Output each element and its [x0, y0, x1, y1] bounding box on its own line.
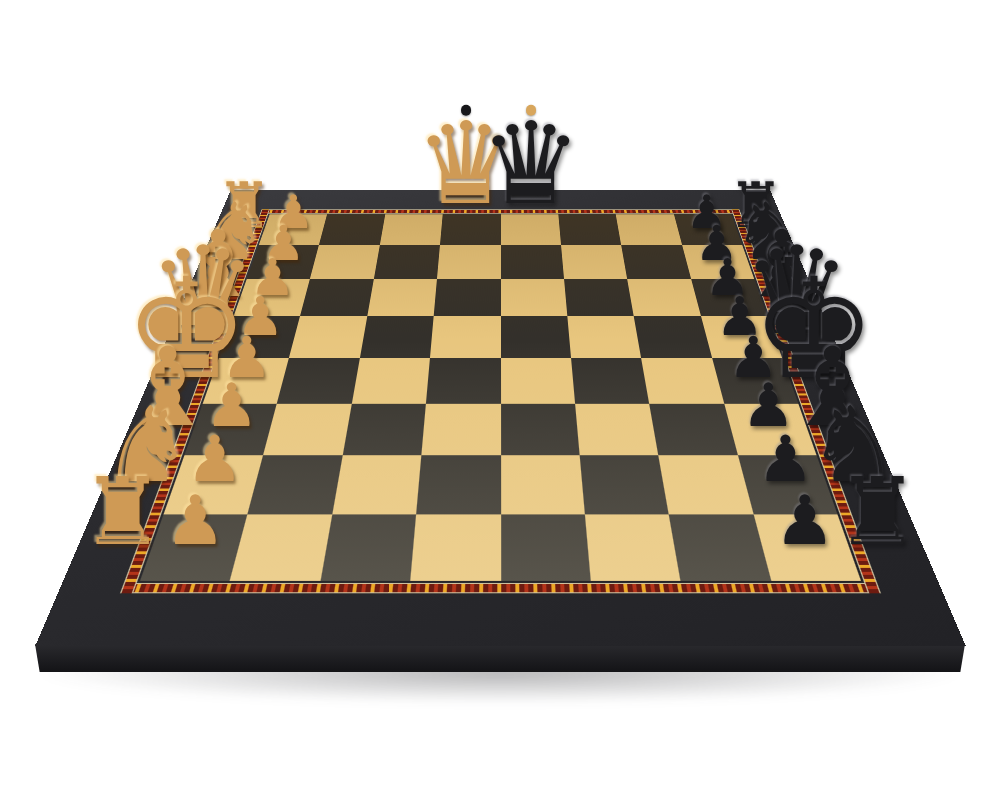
black-queen-extra-finial [526, 105, 536, 115]
square-r2-c1 [246, 245, 318, 279]
square-r6-c2 [263, 403, 351, 455]
square-r2-c7 [621, 245, 690, 279]
square-r3-c7 [627, 278, 700, 315]
white-queen-extra-finial [461, 105, 471, 115]
square-r4-c6 [567, 316, 641, 357]
square-r3-c4 [433, 278, 500, 315]
square-r5-c7 [641, 357, 724, 403]
square-r5-c2 [277, 357, 360, 403]
square-r6-c6 [574, 403, 658, 455]
square-r7-c2 [247, 455, 342, 514]
square-r4-c1 [219, 316, 300, 357]
square-r5-c8 [711, 357, 798, 403]
square-r3-c8 [690, 278, 767, 315]
square-r3-c6 [563, 278, 633, 315]
square-r1-c5 [500, 214, 560, 245]
square-r7-c3 [332, 455, 421, 514]
square-r4-c2 [289, 316, 367, 357]
square-r3-c5 [500, 278, 567, 315]
square-r4-c7 [633, 316, 711, 357]
square-r1-c1 [258, 214, 327, 245]
square-r1-c8 [673, 214, 742, 245]
square-r8-c2 [230, 514, 332, 581]
square-r5-c5 [500, 357, 574, 403]
square-r8-c3 [320, 514, 416, 581]
square-r3-c2 [300, 278, 373, 315]
square-r3-c3 [367, 278, 437, 315]
square-r1-c2 [319, 214, 385, 245]
square-r7-c7 [658, 455, 753, 514]
square-r6-c7 [649, 403, 737, 455]
mosaic-border-top [260, 209, 741, 213]
square-r6-c5 [500, 403, 579, 455]
square-r5-c3 [351, 357, 430, 403]
square-r4-c4 [430, 316, 500, 357]
square-r7-c5 [500, 455, 584, 514]
chess-board [35, 190, 965, 646]
square-r3-c1 [233, 278, 310, 315]
square-r8-c5 [500, 514, 590, 581]
square-r2-c6 [560, 245, 626, 279]
square-r6-c4 [421, 403, 500, 455]
chess-set-photo: ♛♛♜♞♝♛♚♝♞♜♟♟♟♟♟♟♟♟♜♞♝♛♚♝♞♜♟♟♟♟♟♟♟♟ [0, 0, 1000, 800]
square-r1-c7 [615, 214, 681, 245]
square-r4-c5 [500, 316, 570, 357]
square-r8-c4 [410, 514, 500, 581]
square-r5-c6 [570, 357, 649, 403]
square-r4-c3 [359, 316, 433, 357]
square-r8-c6 [584, 514, 680, 581]
square-r2-c3 [373, 245, 439, 279]
square-r7-c6 [579, 455, 668, 514]
mosaic-border-bottom [120, 582, 881, 592]
square-r2-c4 [437, 245, 500, 279]
square-r1-c3 [379, 214, 442, 245]
square-r2-c5 [500, 245, 563, 279]
square-r7-c4 [416, 455, 500, 514]
square-r1-c4 [440, 214, 500, 245]
square-r5-c4 [426, 357, 500, 403]
square-r5-c1 [202, 357, 289, 403]
square-r2-c8 [681, 245, 753, 279]
board-side-edge [35, 644, 965, 672]
square-r2-c2 [310, 245, 379, 279]
square-r6-c3 [342, 403, 426, 455]
square-r4-c8 [700, 316, 781, 357]
square-r1-c6 [558, 214, 621, 245]
